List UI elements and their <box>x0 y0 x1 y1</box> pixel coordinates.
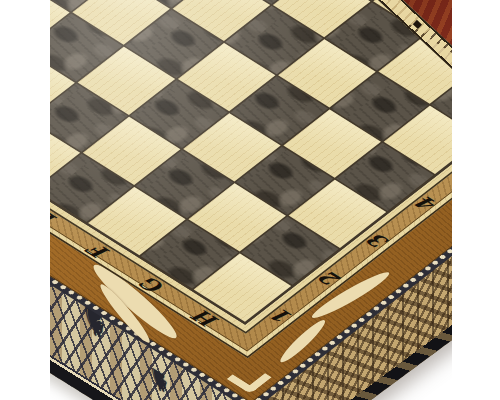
horse-motif-icon: ♞ <box>148 359 170 400</box>
edge-inlay-mark <box>413 20 422 29</box>
chess-table-photo: ♞ ♞ ABCDEFGH123 <box>0 0 500 400</box>
photo-crop-area: ♞ ♞ ABCDEFGH123 <box>50 0 452 400</box>
corner-chevron-inlay <box>227 362 272 394</box>
